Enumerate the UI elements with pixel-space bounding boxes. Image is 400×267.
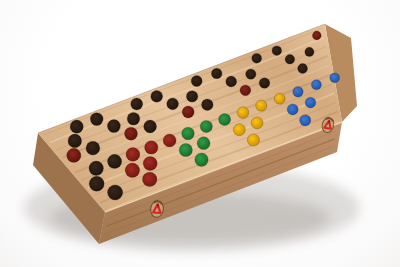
hole-K-r2c4[interactable] [144,120,157,133]
hole-K-r1c12[interactable] [305,47,314,56]
photo-canvas: Wooden Barricade (Malefiz) travel board … [0,0,400,267]
hole-b-r5c11[interactable] [300,115,311,126]
hole-K-r0c11[interactable] [272,46,282,56]
hole-K-r3c0[interactable] [89,161,103,175]
hole-r-r3c2[interactable] [126,148,140,162]
hole-b-r3c11[interactable] [293,87,303,97]
hole-b-r4c11[interactable] [287,104,298,115]
hole-R-r2c9[interactable] [240,85,251,96]
hole-g-r3c5[interactable] [182,127,195,140]
hole-K-r2c7[interactable] [202,99,214,111]
hole-K-r1c0[interactable] [68,134,82,148]
hole-K-r0c4[interactable] [131,98,143,110]
hole-R-r0c13[interactable] [312,31,321,40]
hole-K-r1c5[interactable] [167,98,179,110]
hole-g-r4c6[interactable] [197,137,210,150]
hole-R-r2c6[interactable] [182,106,194,118]
hole-g-r4c5[interactable] [179,143,192,156]
hole-K-r4c0[interactable] [89,176,104,191]
hole-K-r0c1[interactable] [70,120,83,133]
hole-K-r2c1[interactable] [86,141,100,155]
hole-y-r3c8[interactable] [237,107,249,119]
hole-g-r5c5[interactable] [195,153,208,166]
hole-K-r1c3[interactable] [127,112,140,125]
hole-y-r5c8[interactable] [247,134,259,146]
hole-K-r0c7[interactable] [191,76,202,87]
hole-K-r1c6[interactable] [186,91,197,102]
board-scene [0,0,400,267]
hole-K-r3c1[interactable] [108,154,122,168]
hole-K-r1c8[interactable] [226,76,237,87]
hole-R-r2c3[interactable] [125,127,138,140]
hole-K-r0c5[interactable] [151,90,163,102]
hole-K-r0c8[interactable] [211,68,222,79]
hole-r-r4c2[interactable] [125,163,139,177]
hole-r-r4c3[interactable] [143,157,157,171]
hole-b-r3c12[interactable] [311,80,321,90]
hole-K-r1c2[interactable] [107,120,120,133]
hole-K-r0c2[interactable] [90,113,103,126]
hole-K-r2c12[interactable] [298,64,308,74]
hole-g-r3c6[interactable] [200,120,212,132]
hole-r-r3c4[interactable] [163,134,176,147]
hole-y-r3c9[interactable] [256,100,267,111]
hole-K-r1c9[interactable] [246,69,256,79]
hole-y-r3c10[interactable] [274,93,285,104]
hole-g-r3c7[interactable] [219,114,231,126]
hole-K-r1c11[interactable] [285,55,295,65]
hole-K-r5c0[interactable] [108,185,123,200]
hole-r-r3c3[interactable] [145,141,158,154]
hole-y-r4c8[interactable] [233,124,245,136]
hole-y-r4c9[interactable] [251,117,263,129]
hole-K-r0c10[interactable] [252,53,262,63]
hole-R-r2c0[interactable] [67,148,81,162]
hole-b-r4c12[interactable] [305,97,316,108]
hole-r-r5c2[interactable] [143,172,157,186]
hole-b-r3c13[interactable] [330,73,340,83]
hole-K-r2c10[interactable] [259,78,270,89]
